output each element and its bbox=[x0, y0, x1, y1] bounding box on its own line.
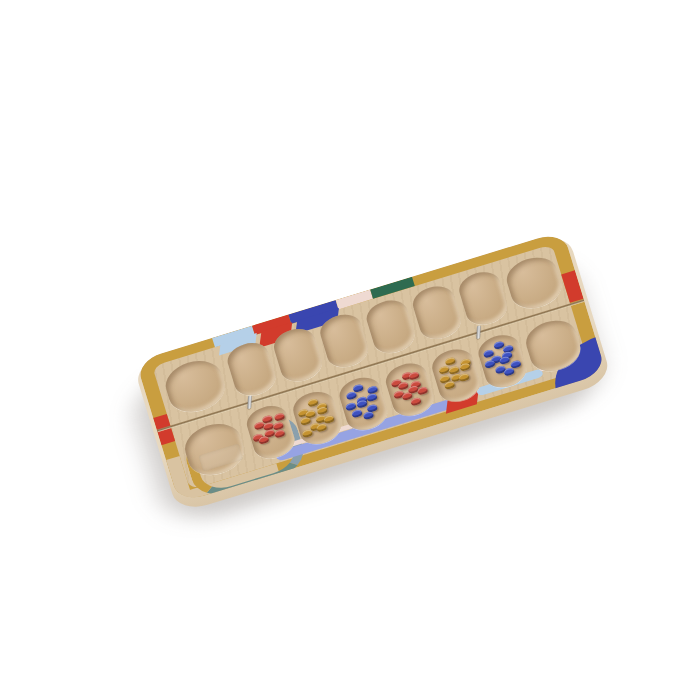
bead-blue bbox=[350, 409, 362, 419]
bead-red bbox=[274, 429, 286, 439]
bead-yellow bbox=[458, 373, 470, 383]
bead-blue bbox=[362, 410, 374, 420]
bead-blue bbox=[366, 393, 378, 403]
bead-blue bbox=[498, 356, 510, 366]
bead-yellow bbox=[444, 356, 456, 366]
bead-blue bbox=[345, 391, 357, 401]
bead-blue bbox=[483, 359, 495, 369]
bead-red bbox=[410, 396, 422, 406]
bead-blue bbox=[503, 367, 515, 377]
bead-red bbox=[274, 412, 286, 422]
bead-yellow bbox=[443, 381, 455, 391]
hinge-clasp-right bbox=[476, 325, 480, 339]
bead-yellow bbox=[323, 414, 335, 424]
hinge-clasp-left bbox=[247, 395, 251, 409]
